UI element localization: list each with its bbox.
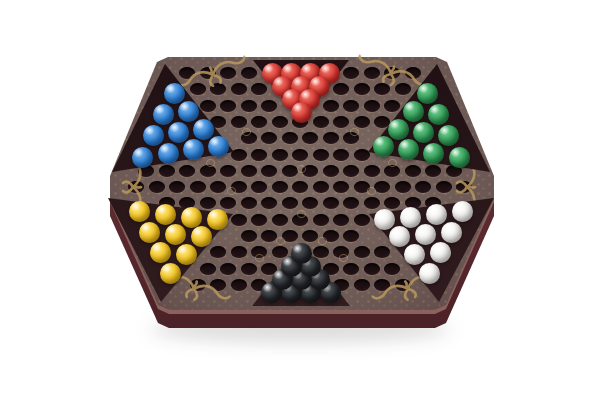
gold-ring-motif [255,254,264,262]
board-hole[interactable] [272,149,288,161]
board-hole[interactable] [292,149,308,161]
marble-yellow[interactable] [160,263,181,284]
board-hole[interactable] [364,263,380,275]
board-hole[interactable] [313,149,329,161]
board-hole[interactable] [395,181,411,193]
board-hole[interactable] [354,83,370,95]
gold-ring-motif [367,187,376,195]
board-hole[interactable] [313,214,329,226]
board-hole[interactable] [179,165,195,177]
board-hole[interactable] [149,181,165,193]
marble-blue[interactable] [143,125,164,146]
board-hole[interactable] [231,279,247,291]
board-hole[interactable] [220,100,236,112]
marble-white[interactable] [426,204,447,225]
board-hole[interactable] [251,149,267,161]
gold-ring-motif [276,237,285,245]
board-hole[interactable] [190,181,206,193]
board-hole[interactable] [241,263,257,275]
marble-yellow[interactable] [207,209,228,230]
gold-ring-motif [297,210,306,218]
chinese-checkers-board-photo [0,0,600,400]
marble-green[interactable] [373,136,394,157]
board-hole[interactable] [384,263,400,275]
board-hole[interactable] [159,165,175,177]
board-hole[interactable] [220,263,236,275]
board-hole[interactable] [261,100,277,112]
board-hole[interactable] [323,132,339,144]
gold-ring-motif [297,165,306,173]
board-hole[interactable] [354,246,370,258]
board-hole[interactable] [169,181,185,193]
gold-ring-motif [388,159,397,167]
board-hole[interactable] [251,116,267,128]
marble-yellow[interactable] [150,242,171,263]
gold-ring-motif [318,237,327,245]
marble-white[interactable] [441,222,462,243]
marble-yellow[interactable] [139,222,160,243]
board-hole[interactable] [374,181,390,193]
gold-ring-motif [206,159,215,167]
board-hole[interactable] [231,116,247,128]
board-hole[interactable] [241,100,257,112]
marble-green[interactable] [388,119,409,140]
gold-ring-motif [339,254,348,262]
marble-green[interactable] [413,122,434,143]
board-hole[interactable] [343,165,359,177]
board-hole[interactable] [200,263,216,275]
board-hole[interactable] [231,214,247,226]
board-hole[interactable] [313,181,329,193]
marble-blue[interactable] [193,119,214,140]
board-hole[interactable] [364,100,380,112]
board-hole[interactable] [436,181,452,193]
board-hole[interactable] [425,165,441,177]
board-hole[interactable] [220,165,236,177]
board-hole[interactable] [200,100,216,112]
marble-green[interactable] [423,143,444,164]
board-hole[interactable] [333,149,349,161]
board-hole[interactable] [333,214,349,226]
board-hole[interactable] [231,246,247,258]
board-hole[interactable] [354,279,370,291]
board-hole[interactable] [313,116,329,128]
board-hole[interactable] [384,100,400,112]
board-hole[interactable] [251,214,267,226]
marble-green[interactable] [417,83,438,104]
marble-white[interactable] [419,263,440,284]
board-hole[interactable] [343,263,359,275]
marble-white[interactable] [400,207,421,228]
marble-blue[interactable] [168,122,189,143]
board-hole[interactable] [333,181,349,193]
board-hole[interactable] [354,149,370,161]
marble-green[interactable] [449,147,470,168]
board-hole[interactable] [272,116,288,128]
board-hole[interactable] [282,165,298,177]
board-hole[interactable] [333,116,349,128]
board-hole[interactable] [241,230,257,242]
board-hole[interactable] [231,149,247,161]
board-hole[interactable] [241,165,257,177]
marble-blue[interactable] [183,139,204,160]
marble-white[interactable] [452,201,473,222]
board-hole[interactable] [282,132,298,144]
board-hole[interactable] [323,100,339,112]
board-hole[interactable] [405,165,421,177]
gold-ring-motif [242,128,251,136]
board-hole[interactable] [261,165,277,177]
board-hole[interactable] [272,246,288,258]
marble-black[interactable] [291,243,312,264]
board-hole[interactable] [272,181,288,193]
board-hole[interactable] [354,214,370,226]
board-hole[interactable] [292,181,308,193]
marble-yellow[interactable] [176,244,197,265]
gold-ring-motif [227,187,236,195]
marble-blue[interactable] [158,143,179,164]
marble-yellow[interactable] [129,201,150,222]
marble-green[interactable] [428,104,449,125]
board-hole[interactable] [210,181,226,193]
marble-blue[interactable] [132,147,153,168]
board-hole[interactable] [272,214,288,226]
board-hole[interactable] [323,165,339,177]
board-hole[interactable] [251,181,267,193]
board-hole[interactable] [343,100,359,112]
board-hole[interactable] [415,181,431,193]
board-hole[interactable] [231,83,247,95]
board-hole[interactable] [364,165,380,177]
board-hole[interactable] [354,116,370,128]
marble-green[interactable] [398,139,419,160]
marble-blue[interactable] [164,83,185,104]
marble-green[interactable] [403,101,424,122]
gold-ring-motif [350,128,359,136]
marble-red[interactable] [291,102,312,123]
